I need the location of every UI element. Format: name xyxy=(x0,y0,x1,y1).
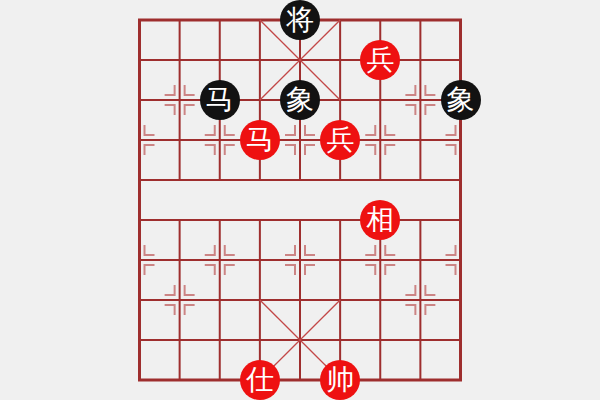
board-point[interactable] xyxy=(360,280,400,320)
board-point[interactable] xyxy=(240,80,280,120)
board-point[interactable] xyxy=(440,200,480,240)
board-point[interactable] xyxy=(119,280,159,320)
board-point[interactable] xyxy=(280,120,320,160)
board-point[interactable] xyxy=(119,200,159,240)
board-point[interactable] xyxy=(200,360,240,400)
black-general[interactable]: 将 xyxy=(280,0,320,40)
board-point[interactable] xyxy=(400,0,440,40)
board-point[interactable] xyxy=(440,120,480,160)
board-point[interactable] xyxy=(400,120,440,160)
board-point[interactable] xyxy=(240,160,280,200)
black-elephant[interactable]: 象 xyxy=(441,80,481,120)
board-point[interactable] xyxy=(320,80,360,120)
board-point[interactable] xyxy=(160,320,200,360)
board-point[interactable] xyxy=(240,40,280,80)
red-general[interactable]: 帅 xyxy=(320,360,360,400)
board-point[interactable] xyxy=(240,240,280,280)
board-point[interactable] xyxy=(320,240,360,280)
board-point[interactable] xyxy=(440,40,480,80)
board-point[interactable] xyxy=(400,200,440,240)
board-point[interactable] xyxy=(440,0,480,40)
board-point[interactable] xyxy=(360,160,400,200)
board-point[interactable] xyxy=(400,40,440,80)
board-point[interactable]: 马 xyxy=(200,80,240,120)
board-point[interactable] xyxy=(320,280,360,320)
board-point[interactable] xyxy=(240,200,280,240)
board-point[interactable] xyxy=(240,0,280,40)
board-point[interactable] xyxy=(320,0,360,40)
board-point[interactable] xyxy=(360,120,400,160)
board-point[interactable] xyxy=(320,320,360,360)
board-point[interactable] xyxy=(119,360,159,400)
board-point[interactable] xyxy=(320,40,360,80)
board-point[interactable] xyxy=(400,280,440,320)
board-point[interactable] xyxy=(280,200,320,240)
board-point[interactable] xyxy=(200,120,240,160)
board-point[interactable]: 象 xyxy=(280,80,320,120)
board-point[interactable] xyxy=(440,240,480,280)
board-point[interactable] xyxy=(280,360,320,400)
red-elephant[interactable]: 相 xyxy=(360,200,400,240)
board-point[interactable] xyxy=(119,0,159,40)
board-point[interactable] xyxy=(360,360,400,400)
board-point[interactable] xyxy=(400,320,440,360)
board-point[interactable] xyxy=(119,80,159,120)
board-point[interactable] xyxy=(200,240,240,280)
board-point[interactable] xyxy=(320,200,360,240)
board-point[interactable] xyxy=(200,160,240,200)
board-point[interactable] xyxy=(440,160,480,200)
board-point[interactable] xyxy=(280,280,320,320)
black-horse[interactable]: 马 xyxy=(200,80,240,120)
board-point[interactable] xyxy=(360,320,400,360)
board-point[interactable] xyxy=(200,0,240,40)
board-point[interactable] xyxy=(360,240,400,280)
board-point[interactable] xyxy=(200,280,240,320)
board-point[interactable] xyxy=(360,0,400,40)
board-point[interactable] xyxy=(200,200,240,240)
board-point[interactable] xyxy=(160,360,200,400)
board-point[interactable] xyxy=(440,360,480,400)
board-point[interactable] xyxy=(119,120,159,160)
board-point[interactable]: 兵 xyxy=(360,40,400,80)
board-point[interactable] xyxy=(440,280,480,320)
board-point[interactable]: 帅 xyxy=(320,360,360,400)
red-horse[interactable]: 马 xyxy=(240,120,280,160)
board-point[interactable] xyxy=(320,160,360,200)
board-point[interactable] xyxy=(280,160,320,200)
board-point[interactable] xyxy=(119,240,159,280)
board-point[interactable] xyxy=(400,360,440,400)
board-point[interactable] xyxy=(400,240,440,280)
board-point[interactable] xyxy=(160,160,200,200)
board-point[interactable] xyxy=(119,40,159,80)
board-point[interactable]: 象 xyxy=(440,80,480,120)
board-point[interactable] xyxy=(400,80,440,120)
board-point[interactable] xyxy=(280,40,320,80)
board-point[interactable] xyxy=(160,80,200,120)
board-point[interactable] xyxy=(160,40,200,80)
board-point[interactable]: 仕 xyxy=(240,360,280,400)
board-point[interactable]: 将 xyxy=(280,0,320,40)
board-point[interactable] xyxy=(200,320,240,360)
board-point[interactable]: 相 xyxy=(360,200,400,240)
red-advisor[interactable]: 仕 xyxy=(240,360,280,400)
xiangqi-board-screen: 将兵马象象马兵相仕帅 xyxy=(0,0,600,400)
board-point[interactable] xyxy=(160,200,200,240)
board-point[interactable] xyxy=(440,320,480,360)
board-point[interactable] xyxy=(119,160,159,200)
board-point[interactable]: 马 xyxy=(240,120,280,160)
board-point[interactable] xyxy=(240,280,280,320)
red-soldier[interactable]: 兵 xyxy=(320,120,360,160)
board-point[interactable] xyxy=(160,120,200,160)
board-point[interactable] xyxy=(160,280,200,320)
board-point[interactable] xyxy=(160,240,200,280)
board-point[interactable] xyxy=(400,160,440,200)
board-point[interactable] xyxy=(200,40,240,80)
board-point[interactable] xyxy=(160,0,200,40)
board-point[interactable] xyxy=(360,80,400,120)
board-point[interactable]: 兵 xyxy=(320,120,360,160)
board-point[interactable] xyxy=(240,320,280,360)
board-point[interactable] xyxy=(119,320,159,360)
black-elephant[interactable]: 象 xyxy=(280,80,320,120)
board-point[interactable] xyxy=(280,320,320,360)
board-point[interactable] xyxy=(280,240,320,280)
red-soldier[interactable]: 兵 xyxy=(360,40,400,80)
xiangqi-board: 将兵马象象马兵相仕帅 xyxy=(119,0,480,400)
